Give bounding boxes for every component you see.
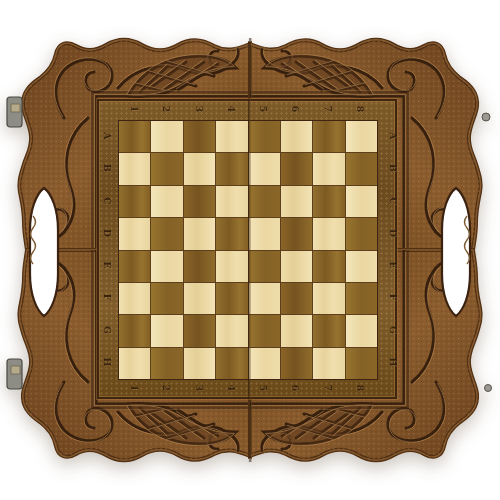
rank-label-left-g: G — [100, 323, 114, 337]
file-label-top-7: 7 — [321, 102, 335, 116]
rank-label-left-c: C — [100, 194, 114, 208]
square-b1[interactable] — [119, 153, 150, 184]
rank-label-left-e: E — [100, 258, 114, 272]
square-f2[interactable] — [151, 283, 182, 314]
square-e5[interactable] — [249, 251, 280, 282]
square-h5[interactable] — [249, 348, 280, 379]
square-a5[interactable] — [249, 121, 280, 152]
square-d3[interactable] — [184, 218, 215, 249]
square-e7[interactable] — [313, 251, 344, 282]
rank-label-right-b: B — [386, 161, 400, 175]
square-f6[interactable] — [281, 283, 312, 314]
square-e2[interactable] — [151, 251, 182, 282]
square-h2[interactable] — [151, 348, 182, 379]
clasp-left-lower — [7, 359, 22, 389]
board-center-seam — [248, 99, 251, 399]
file-label-bottom-4: 4 — [224, 381, 238, 395]
square-a2[interactable] — [151, 121, 182, 152]
square-a1[interactable] — [119, 121, 150, 152]
square-h1[interactable] — [119, 348, 150, 379]
file-label-bottom-2: 2 — [159, 381, 173, 395]
square-h6[interactable] — [281, 348, 312, 379]
square-a3[interactable] — [184, 121, 215, 152]
square-h7[interactable] — [313, 348, 344, 379]
file-label-top-1: 1 — [127, 102, 141, 116]
square-f3[interactable] — [184, 283, 215, 314]
square-g6[interactable] — [281, 315, 312, 346]
square-b7[interactable] — [313, 153, 344, 184]
file-label-bottom-1: 1 — [127, 381, 141, 395]
square-g2[interactable] — [151, 315, 182, 346]
rank-label-right-a: A — [386, 129, 400, 143]
file-label-bottom-7: 7 — [321, 381, 335, 395]
square-c1[interactable] — [119, 186, 150, 217]
square-e3[interactable] — [184, 251, 215, 282]
square-h3[interactable] — [184, 348, 215, 379]
file-label-bottom-5: 5 — [256, 381, 270, 395]
square-c8[interactable] — [346, 186, 377, 217]
rank-label-right-g: G — [386, 323, 400, 337]
rank-label-left-b: B — [100, 161, 114, 175]
square-g3[interactable] — [184, 315, 215, 346]
rank-label-left-a: A — [100, 129, 114, 143]
rank-label-left-h: H — [100, 355, 114, 369]
square-e8[interactable] — [346, 251, 377, 282]
square-f4[interactable] — [216, 283, 247, 314]
square-e1[interactable] — [119, 251, 150, 282]
square-e4[interactable] — [216, 251, 247, 282]
square-c4[interactable] — [216, 186, 247, 217]
square-g5[interactable] — [249, 315, 280, 346]
square-h4[interactable] — [216, 348, 247, 379]
handle-cutout-left — [30, 188, 58, 316]
square-a6[interactable] — [281, 121, 312, 152]
square-f8[interactable] — [346, 283, 377, 314]
square-c3[interactable] — [184, 186, 215, 217]
clasp-left-upper — [7, 97, 22, 127]
square-e6[interactable] — [281, 251, 312, 282]
square-c2[interactable] — [151, 186, 182, 217]
square-d5[interactable] — [249, 218, 280, 249]
rank-label-right-d: D — [386, 226, 400, 240]
pin-right-lower — [485, 385, 492, 392]
square-a8[interactable] — [346, 121, 377, 152]
square-d8[interactable] — [346, 218, 377, 249]
square-g1[interactable] — [119, 315, 150, 346]
square-g7[interactable] — [313, 315, 344, 346]
square-g4[interactable] — [216, 315, 247, 346]
square-a4[interactable] — [216, 121, 247, 152]
square-d7[interactable] — [313, 218, 344, 249]
rank-label-right-e: E — [386, 258, 400, 272]
square-f7[interactable] — [313, 283, 344, 314]
square-c6[interactable] — [281, 186, 312, 217]
square-d1[interactable] — [119, 218, 150, 249]
square-b3[interactable] — [184, 153, 215, 184]
file-label-top-5: 5 — [256, 102, 270, 116]
square-c7[interactable] — [313, 186, 344, 217]
rank-label-left-d: D — [100, 226, 114, 240]
pin-right-upper — [482, 113, 490, 121]
file-label-bottom-6: 6 — [288, 381, 302, 395]
file-label-top-3: 3 — [192, 102, 206, 116]
rank-label-right-c: C — [386, 194, 400, 208]
file-label-top-8: 8 — [353, 102, 367, 116]
square-b8[interactable] — [346, 153, 377, 184]
square-b5[interactable] — [249, 153, 280, 184]
square-b6[interactable] — [281, 153, 312, 184]
square-b4[interactable] — [216, 153, 247, 184]
handle-cutout-right — [442, 188, 470, 316]
square-g8[interactable] — [346, 315, 377, 346]
file-label-top-6: 6 — [288, 102, 302, 116]
square-d2[interactable] — [151, 218, 182, 249]
file-label-top-4: 4 — [224, 102, 238, 116]
rank-label-right-f: F — [386, 290, 400, 304]
square-a7[interactable] — [313, 121, 344, 152]
square-d4[interactable] — [216, 218, 247, 249]
square-b2[interactable] — [151, 153, 182, 184]
square-h8[interactable] — [346, 348, 377, 379]
rank-label-left-f: F — [100, 290, 114, 304]
square-f1[interactable] — [119, 283, 150, 314]
file-label-top-2: 2 — [159, 102, 173, 116]
rank-label-right-h: H — [386, 355, 400, 369]
square-d6[interactable] — [281, 218, 312, 249]
file-label-bottom-8: 8 — [353, 381, 367, 395]
board-photo: 11AA22BB33CC44DD55EE66FF77GG88HH — [0, 0, 500, 500]
square-c5[interactable] — [249, 186, 280, 217]
file-label-bottom-3: 3 — [192, 381, 206, 395]
square-f5[interactable] — [249, 283, 280, 314]
